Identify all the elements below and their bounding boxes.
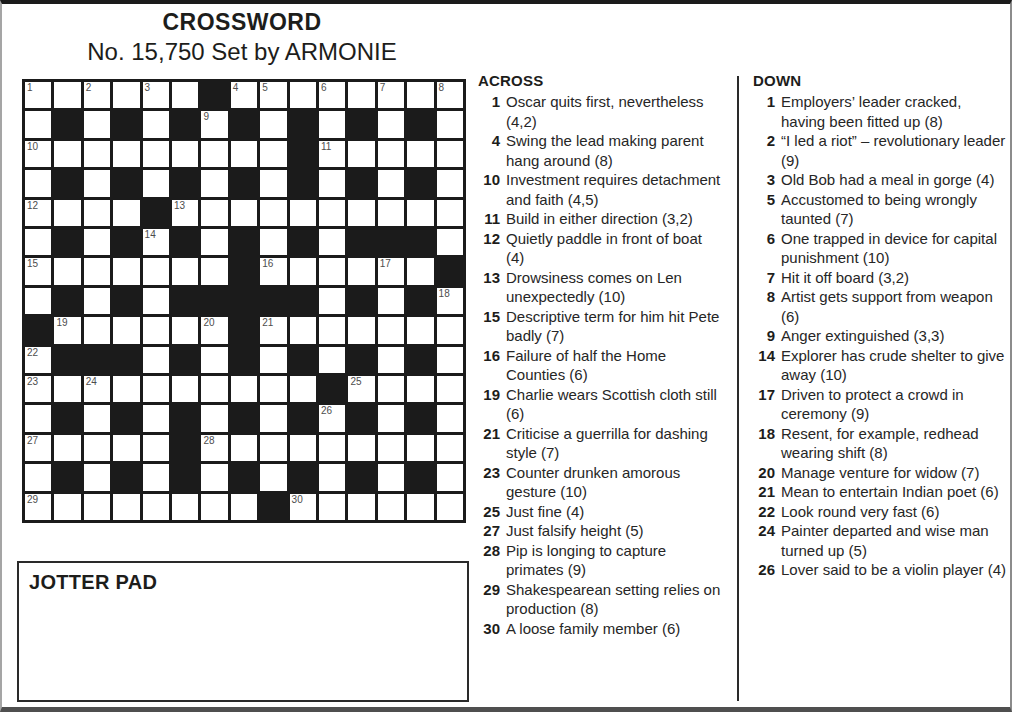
grid-cell-r6c1[interactable]	[25, 229, 51, 255]
grid-cell-r7c1[interactable]: 15	[25, 258, 51, 284]
grid-cell-r8c11[interactable]	[319, 288, 345, 314]
cell-number-28: 28	[203, 435, 214, 447]
jotter-pad-label: JOTTER PAD	[19, 563, 467, 602]
clue-number: 16	[478, 346, 500, 385]
clue-number: 22	[753, 502, 775, 522]
grid-cell-r9c4[interactable]	[113, 317, 139, 343]
grid-cell-r9c7[interactable]: 20	[201, 317, 227, 343]
grid-cell-r8c15[interactable]: 18	[437, 288, 463, 314]
grid-cell-r9c2[interactable]: 19	[54, 317, 80, 343]
block-cell-r14c6	[172, 464, 198, 490]
cell-number-7: 7	[380, 82, 386, 94]
puzzle-number-and-setter: No. 15,750 Set by ARMONIE	[20, 38, 464, 66]
grid-cell-r7c7[interactable]	[201, 258, 227, 284]
clue-text: Oscar quits first, nevertheless (4,2)	[506, 92, 724, 131]
grid-cell-r8c13[interactable]	[378, 288, 404, 314]
grid-cell-r3c9[interactable]	[260, 141, 286, 167]
across-clue-13: 13Drowsiness comes on Len unexpectedly (…	[478, 268, 724, 307]
cell-number-19: 19	[56, 317, 67, 329]
cell-number-16: 16	[262, 258, 273, 270]
clue-number: 10	[478, 170, 500, 209]
block-cell-r8c9	[260, 288, 286, 314]
grid-cell-r4c1[interactable]	[25, 170, 51, 196]
grid-cell-r3c6[interactable]	[172, 141, 198, 167]
grid-cell-r7c4[interactable]	[113, 258, 139, 284]
across-clue-27: 27Just falsify height (5)	[478, 521, 724, 541]
clue-text: Failure of half the Home Counties (6)	[506, 346, 724, 385]
across-clue-30: 30A loose family member (6)	[478, 619, 724, 639]
grid-cell-r7c12[interactable]	[348, 258, 374, 284]
cell-number-25: 25	[350, 376, 361, 388]
grid-cell-r7c2[interactable]	[54, 258, 80, 284]
grid-cell-r11c7[interactable]	[201, 376, 227, 402]
grid-cell-r11c14[interactable]	[407, 376, 433, 402]
block-cell-r15c9	[260, 494, 286, 520]
grid-cell-r13c14[interactable]	[407, 435, 433, 461]
grid-cell-r9c9[interactable]: 21	[260, 317, 286, 343]
grid-cell-r5c15[interactable]	[437, 200, 463, 226]
block-cell-r8c8	[231, 288, 257, 314]
grid-cell-r11c4[interactable]	[113, 376, 139, 402]
block-cell-r10c8	[231, 347, 257, 373]
clue-number: 23	[478, 463, 500, 502]
grid-cell-r5c8[interactable]	[231, 200, 257, 226]
grid-cell-r13c11[interactable]	[319, 435, 345, 461]
grid-cell-r13c3[interactable]	[84, 435, 110, 461]
grid-cell-r5c2[interactable]	[54, 200, 80, 226]
clue-number: 14	[753, 346, 775, 385]
grid-cell-r5c4[interactable]	[113, 200, 139, 226]
grid-cell-r14c9[interactable]	[260, 464, 286, 490]
grid-cell-r14c15[interactable]	[437, 464, 463, 490]
down-clue-17: 17Driven to protect a crowd in ceremony …	[753, 385, 1009, 424]
down-clue-5: 5Accustomed to being wrongly taunted (7)	[753, 190, 1009, 229]
grid-cell-r5c1[interactable]: 12	[25, 200, 51, 226]
grid-cell-r3c8[interactable]	[231, 141, 257, 167]
grid-cell-r7c13[interactable]: 17	[378, 258, 404, 284]
block-cell-r7c8	[231, 258, 257, 284]
clue-text: Manage venture for widow (7)	[781, 463, 1009, 483]
clue-number: 7	[753, 268, 775, 288]
grid-cell-r13c8[interactable]	[231, 435, 257, 461]
grid-cell-r10c1[interactable]: 22	[25, 347, 51, 373]
grid-cell-r5c9[interactable]	[260, 200, 286, 226]
grid-cell-r3c7[interactable]	[201, 141, 227, 167]
crossword-grid[interactable]: 1234567891011121314151617181920212223242…	[22, 79, 466, 523]
block-cell-r5c5	[143, 200, 169, 226]
clue-number: 6	[753, 229, 775, 268]
grid-cell-r11c9[interactable]	[260, 376, 286, 402]
grid-cell-r9c10[interactable]	[290, 317, 316, 343]
grid-cell-r5c7[interactable]	[201, 200, 227, 226]
across-clue-11: 11Build in either direction (3,2)	[478, 209, 724, 229]
clue-number: 18	[753, 424, 775, 463]
grid-cell-r5c13[interactable]	[378, 200, 404, 226]
block-cell-r10c3	[84, 347, 110, 373]
block-cell-r4c14	[407, 170, 433, 196]
grid-cell-r2c11[interactable]	[319, 111, 345, 137]
grid-cell-r13c5[interactable]	[143, 435, 169, 461]
grid-cell-r14c13[interactable]	[378, 464, 404, 490]
grid-cell-r12c1[interactable]	[25, 405, 51, 431]
grid-cell-r2c9[interactable]	[260, 111, 286, 137]
cell-number-13: 13	[174, 200, 185, 212]
block-cell-r11c11	[319, 376, 345, 402]
grid-cell-r11c10[interactable]	[290, 376, 316, 402]
cell-number-30: 30	[292, 494, 303, 506]
grid-cell-r8c3[interactable]	[84, 288, 110, 314]
block-cell-r12c14	[407, 405, 433, 431]
block-cell-r8c2	[54, 288, 80, 314]
grid-cell-r6c11[interactable]	[319, 229, 345, 255]
grid-cell-r10c7[interactable]	[201, 347, 227, 373]
cell-number-14: 14	[145, 229, 156, 241]
block-cell-r4c12	[348, 170, 374, 196]
grid-cell-r15c8[interactable]	[231, 494, 257, 520]
clue-text: Painter departed and wise man turned up …	[781, 521, 1009, 560]
across-clue-12: 12Quietly paddle in front of boat (4)	[478, 229, 724, 268]
grid-cell-r13c10[interactable]	[290, 435, 316, 461]
down-clue-14: 14Explorer has crude shelter to give awa…	[753, 346, 1009, 385]
block-cell-r2c4	[113, 111, 139, 137]
grid-cell-r9c11[interactable]	[319, 317, 345, 343]
clue-number: 30	[478, 619, 500, 639]
grid-cell-r15c10[interactable]: 30	[290, 494, 316, 520]
clue-number: 4	[478, 131, 500, 170]
clue-text: Lover said to be a violin player (4)	[781, 560, 1009, 580]
grid-cell-r7c5[interactable]	[143, 258, 169, 284]
grid-cell-r1c6[interactable]	[172, 82, 198, 108]
clue-text: Driven to protect a crowd in ceremony (9…	[781, 385, 1009, 424]
grid-cell-r9c6[interactable]	[172, 317, 198, 343]
grid-cell-r1c3[interactable]: 2	[84, 82, 110, 108]
down-clue-2: 2“I led a riot” – revolutionary leader (…	[753, 131, 1009, 170]
cell-number-12: 12	[27, 200, 38, 212]
down-clue-24: 24Painter departed and wise man turned u…	[753, 521, 1009, 560]
across-heading: ACROSS	[478, 72, 724, 89]
grid-cell-r14c3[interactable]	[84, 464, 110, 490]
clue-text: Descriptive term for him hit Pete badly …	[506, 307, 724, 346]
grid-cell-r6c7[interactable]	[201, 229, 227, 255]
across-clue-column: ACROSS 1Oscar quits first, nevertheless …	[478, 72, 724, 638]
grid-cell-r15c11[interactable]	[319, 494, 345, 520]
grid-cell-r3c1[interactable]: 10	[25, 141, 51, 167]
cell-number-18: 18	[439, 288, 450, 300]
cell-number-2: 2	[86, 82, 92, 94]
grid-cell-r6c9[interactable]	[260, 229, 286, 255]
block-cell-r9c1	[25, 317, 51, 343]
grid-cell-r12c9[interactable]	[260, 405, 286, 431]
grid-cell-r13c1[interactable]: 27	[25, 435, 51, 461]
grid-cell-r11c13[interactable]	[378, 376, 404, 402]
grid-cell-r8c1[interactable]	[25, 288, 51, 314]
clue-text: Employers’ leader cracked, having been f…	[781, 92, 1009, 131]
grid-cell-r12c7[interactable]	[201, 405, 227, 431]
clue-text: Artist gets support from weapon (6)	[781, 287, 1009, 326]
clue-number: 20	[753, 463, 775, 483]
grid-cell-r13c7[interactable]: 28	[201, 435, 227, 461]
grid-cell-r13c2[interactable]	[54, 435, 80, 461]
grid-cell-r13c13[interactable]	[378, 435, 404, 461]
grid-cell-r13c15[interactable]	[437, 435, 463, 461]
grid-cell-r10c15[interactable]	[437, 347, 463, 373]
grid-cell-r7c6[interactable]	[172, 258, 198, 284]
grid-cell-r12c5[interactable]	[143, 405, 169, 431]
block-cell-r12c6	[172, 405, 198, 431]
clue-number: 25	[478, 502, 500, 522]
clue-text: Look round very fast (6)	[781, 502, 1009, 522]
block-cell-r12c2	[54, 405, 80, 431]
cell-number-21: 21	[262, 317, 273, 329]
grid-cell-r9c3[interactable]	[84, 317, 110, 343]
grid-cell-r7c14[interactable]	[407, 258, 433, 284]
grid-cell-r12c3[interactable]	[84, 405, 110, 431]
grid-cell-r10c13[interactable]	[378, 347, 404, 373]
grid-cell-r4c11[interactable]	[319, 170, 345, 196]
grid-cell-r2c3[interactable]	[84, 111, 110, 137]
across-clue-16: 16Failure of half the Home Counties (6)	[478, 346, 724, 385]
grid-cell-r9c13[interactable]	[378, 317, 404, 343]
grid-cell-r11c2[interactable]	[54, 376, 80, 402]
clue-text: A loose family member (6)	[506, 619, 724, 639]
grid-cell-r6c3[interactable]	[84, 229, 110, 255]
grid-cell-r10c11[interactable]	[319, 347, 345, 373]
grid-cell-r5c3[interactable]	[84, 200, 110, 226]
clue-text: Resent, for example, redhead wearing shi…	[781, 424, 1009, 463]
grid-cell-r7c10[interactable]	[290, 258, 316, 284]
grid-cell-r2c5[interactable]	[143, 111, 169, 137]
crossword-page: CROSSWORD No. 15,750 Set by ARMONIE 1234…	[0, 0, 1012, 712]
across-clue-28: 28Pip is longing to capture primates (9)	[478, 541, 724, 580]
across-clue-29: 29Shakespearean setting relies on produc…	[478, 580, 724, 619]
grid-cell-r3c15[interactable]	[437, 141, 463, 167]
clue-number: 21	[753, 482, 775, 502]
grid-cell-r4c3[interactable]	[84, 170, 110, 196]
grid-cell-r11c12[interactable]: 25	[348, 376, 374, 402]
grid-cell-r5c6[interactable]: 13	[172, 200, 198, 226]
grid-cell-r15c2[interactable]	[54, 494, 80, 520]
block-cell-r6c12	[348, 229, 374, 255]
clue-text: Mean to entertain Indian poet (6)	[781, 482, 1009, 502]
grid-cell-r1c13[interactable]: 7	[378, 82, 404, 108]
grid-cell-r11c3[interactable]: 24	[84, 376, 110, 402]
grid-cell-r15c15[interactable]	[437, 494, 463, 520]
grid-cell-r1c14[interactable]	[407, 82, 433, 108]
clue-text: Counter drunken amorous gesture (10)	[506, 463, 724, 502]
grid-cell-r9c12[interactable]	[348, 317, 374, 343]
grid-cell-r7c3[interactable]	[84, 258, 110, 284]
cell-number-27: 27	[27, 435, 38, 447]
grid-cell-r14c1[interactable]	[25, 464, 51, 490]
grid-cell-r2c1[interactable]	[25, 111, 51, 137]
grid-cell-r2c13[interactable]	[378, 111, 404, 137]
block-cell-r1c7	[201, 82, 227, 108]
grid-cell-r14c5[interactable]	[143, 464, 169, 490]
grid-cell-r3c13[interactable]	[378, 141, 404, 167]
cell-number-29: 29	[27, 494, 38, 506]
grid-cell-r5c10[interactable]	[290, 200, 316, 226]
block-cell-r2c6	[172, 111, 198, 137]
grid-cell-r13c9[interactable]	[260, 435, 286, 461]
block-cell-r10c14	[407, 347, 433, 373]
clue-text: Old Bob had a meal in gorge (4)	[781, 170, 1009, 190]
grid-cell-r11c8[interactable]	[231, 376, 257, 402]
grid-cell-r8c5[interactable]	[143, 288, 169, 314]
grid-cell-r5c14[interactable]	[407, 200, 433, 226]
grid-cell-r12c15[interactable]	[437, 405, 463, 431]
grid-cell-r2c15[interactable]	[437, 111, 463, 137]
block-cell-r12c4	[113, 405, 139, 431]
grid-cell-r1c8[interactable]: 4	[231, 82, 257, 108]
across-clue-21: 21Criticise a guerrilla for dashing styl…	[478, 424, 724, 463]
clue-text: Shakespearean setting relies on producti…	[506, 580, 724, 619]
grid-cell-r4c15[interactable]	[437, 170, 463, 196]
clue-text: Investment requires detachment and faith…	[506, 170, 724, 209]
grid-cell-r4c13[interactable]	[378, 170, 404, 196]
grid-cell-r6c5[interactable]: 14	[143, 229, 169, 255]
grid-cell-r3c14[interactable]	[407, 141, 433, 167]
clue-number: 28	[478, 541, 500, 580]
cell-number-9: 9	[203, 111, 209, 123]
cell-number-8: 8	[439, 82, 445, 94]
jotter-pad[interactable]: JOTTER PAD	[17, 561, 469, 702]
grid-cell-r15c1[interactable]: 29	[25, 494, 51, 520]
grid-cell-r13c12[interactable]	[348, 435, 374, 461]
block-cell-r6c4	[113, 229, 139, 255]
block-cell-r6c8	[231, 229, 257, 255]
block-cell-r8c4	[113, 288, 139, 314]
grid-cell-r1c10[interactable]	[290, 82, 316, 108]
grid-cell-r15c12[interactable]	[348, 494, 374, 520]
grid-cell-r1c9[interactable]: 5	[260, 82, 286, 108]
grid-cell-r5c11[interactable]	[319, 200, 345, 226]
grid-cell-r1c11[interactable]: 6	[319, 82, 345, 108]
cell-number-23: 23	[27, 376, 38, 388]
grid-cell-r12c11[interactable]: 26	[319, 405, 345, 431]
grid-cell-r11c6[interactable]	[172, 376, 198, 402]
grid-cell-r7c11[interactable]	[319, 258, 345, 284]
grid-cell-r15c6[interactable]	[172, 494, 198, 520]
grid-cell-r6c15[interactable]	[437, 229, 463, 255]
grid-cell-r11c1[interactable]: 23	[25, 376, 51, 402]
grid-cell-r11c15[interactable]	[437, 376, 463, 402]
grid-cell-r13c4[interactable]	[113, 435, 139, 461]
grid-cell-r3c4[interactable]	[113, 141, 139, 167]
clue-text: Anger extinguished (3,3)	[781, 326, 1009, 346]
grid-cell-r4c5[interactable]	[143, 170, 169, 196]
down-clue-list: 1Employers’ leader cracked, having been …	[753, 92, 1009, 580]
grid-cell-r12c13[interactable]	[378, 405, 404, 431]
grid-cell-r1c2[interactable]	[54, 82, 80, 108]
clue-text: Just falsify height (5)	[506, 521, 724, 541]
block-cell-r8c12	[348, 288, 374, 314]
grid-cell-r10c5[interactable]	[143, 347, 169, 373]
down-clue-8: 8Artist gets support from weapon (6)	[753, 287, 1009, 326]
clue-number: 1	[478, 92, 500, 131]
cell-number-4: 4	[233, 82, 239, 94]
block-cell-r4c8	[231, 170, 257, 196]
cell-number-11: 11	[321, 141, 331, 153]
block-cell-r6c6	[172, 229, 198, 255]
block-cell-r4c2	[54, 170, 80, 196]
grid-cell-r3c12[interactable]	[348, 141, 374, 167]
grid-cell-r2c7[interactable]: 9	[201, 111, 227, 137]
block-cell-r7c15	[437, 258, 463, 284]
grid-cell-r11c5[interactable]	[143, 376, 169, 402]
grid-cell-r9c14[interactable]	[407, 317, 433, 343]
grid-cell-r15c7[interactable]	[201, 494, 227, 520]
across-clue-25: 25Just fine (4)	[478, 502, 724, 522]
grid-cell-r1c1[interactable]: 1	[25, 82, 51, 108]
grid-cell-r15c5[interactable]	[143, 494, 169, 520]
down-clue-21: 21Mean to entertain Indian poet (6)	[753, 482, 1009, 502]
down-clue-3: 3Old Bob had a meal in gorge (4)	[753, 170, 1009, 190]
cell-number-20: 20	[203, 317, 214, 329]
grid-cell-r3c11[interactable]: 11	[319, 141, 345, 167]
across-clue-4: 4Swing the lead making parent hang aroun…	[478, 131, 724, 170]
grid-cell-r15c13[interactable]	[378, 494, 404, 520]
clue-text: Charlie wears Scottish cloth still (6)	[506, 385, 724, 424]
grid-cell-r5c12[interactable]	[348, 200, 374, 226]
grid-cell-r4c9[interactable]	[260, 170, 286, 196]
block-cell-r8c10	[290, 288, 316, 314]
block-cell-r2c10	[290, 111, 316, 137]
down-clue-column: DOWN 1Employers’ leader cracked, having …	[753, 72, 1009, 580]
grid-cell-r3c2[interactable]	[54, 141, 80, 167]
down-clue-9: 9Anger extinguished (3,3)	[753, 326, 1009, 346]
grid-cell-r1c5[interactable]: 3	[143, 82, 169, 108]
block-cell-r14c10	[290, 464, 316, 490]
grid-cell-r10c9[interactable]	[260, 347, 286, 373]
block-cell-r4c10	[290, 170, 316, 196]
down-clue-7: 7Hit it off board (3,2)	[753, 268, 1009, 288]
block-cell-r12c8	[231, 405, 257, 431]
grid-cell-r3c5[interactable]	[143, 141, 169, 167]
cell-number-6: 6	[321, 82, 327, 94]
grid-cell-r15c3[interactable]	[84, 494, 110, 520]
grid-cell-r7c9[interactable]: 16	[260, 258, 286, 284]
grid-cell-r15c4[interactable]	[113, 494, 139, 520]
cell-number-17: 17	[380, 258, 391, 270]
block-cell-r2c12	[348, 111, 374, 137]
clue-number: 13	[478, 268, 500, 307]
grid-cell-r1c15[interactable]: 8	[437, 82, 463, 108]
grid-cell-r9c15[interactable]	[437, 317, 463, 343]
grid-cell-r9c5[interactable]	[143, 317, 169, 343]
clue-column-divider	[737, 76, 739, 701]
grid-cell-r14c11[interactable]	[319, 464, 345, 490]
grid-cell-r14c7[interactable]	[201, 464, 227, 490]
grid-cell-r4c7[interactable]	[201, 170, 227, 196]
block-cell-r2c2	[54, 111, 80, 137]
clue-number: 8	[753, 287, 775, 326]
grid-cell-r1c12[interactable]	[348, 82, 374, 108]
down-clue-18: 18Resent, for example, redhead wearing s…	[753, 424, 1009, 463]
clue-number: 24	[753, 521, 775, 560]
grid-cell-r15c14[interactable]	[407, 494, 433, 520]
puzzle-title: CROSSWORD	[20, 9, 464, 36]
clue-number: 17	[753, 385, 775, 424]
cell-number-26: 26	[321, 405, 332, 417]
clue-number: 1	[753, 92, 775, 131]
grid-cell-r1c4[interactable]	[113, 82, 139, 108]
block-cell-r14c2	[54, 464, 80, 490]
cell-number-22: 22	[27, 347, 38, 359]
across-clue-23: 23Counter drunken amorous gesture (10)	[478, 463, 724, 502]
down-heading: DOWN	[753, 72, 1009, 89]
grid-cell-r3c3[interactable]	[84, 141, 110, 167]
block-cell-r8c7	[201, 288, 227, 314]
